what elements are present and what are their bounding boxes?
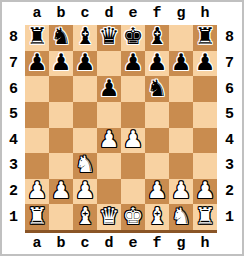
file-label-bottom-a: a (25, 233, 49, 253)
square-c1[interactable]: ♝ (73, 204, 97, 230)
square-f1[interactable]: ♝ (145, 204, 169, 230)
square-h2[interactable]: ♟ (193, 179, 217, 205)
square-g5[interactable] (169, 102, 193, 128)
square-a6[interactable] (25, 76, 49, 102)
square-g8[interactable] (169, 25, 193, 51)
square-g1[interactable]: ♞ (169, 204, 193, 230)
black-pawn-e7[interactable]: ♟ (123, 51, 144, 74)
black-rook-a8[interactable]: ♜ (27, 25, 48, 48)
square-c2[interactable]: ♟ (73, 179, 97, 205)
rank-label-left-5: 5 (3, 102, 24, 128)
chess-board: ♜♞♝♛♚♝♜♟♟♟♟♟♟♟♟♞♟♟♞♟♟♟♟♟♟♜♝♛♚♝♞♜ (25, 25, 217, 233)
file-label-top-a: a (25, 3, 49, 23)
square-f5[interactable] (145, 102, 169, 128)
square-h4[interactable] (193, 128, 217, 154)
square-a2[interactable]: ♟ (25, 179, 49, 205)
white-knight-g1[interactable]: ♞ (171, 205, 192, 228)
square-f8[interactable]: ♝ (145, 25, 169, 51)
square-c5[interactable] (73, 102, 97, 128)
black-bishop-c8[interactable]: ♝ (75, 25, 96, 48)
square-b7[interactable]: ♟ (49, 51, 73, 77)
white-pawn-b2[interactable]: ♟ (51, 179, 72, 202)
black-knight-b8[interactable]: ♞ (51, 25, 72, 48)
file-label-top-e: e (121, 3, 145, 23)
rank-label-right-2: 2 (219, 179, 240, 205)
file-label-top-b: b (49, 3, 73, 23)
white-bishop-c1[interactable]: ♝ (75, 205, 96, 228)
square-h6[interactable] (193, 76, 217, 102)
square-d3[interactable] (97, 153, 121, 179)
white-king-e1[interactable]: ♚ (123, 205, 144, 228)
square-a1[interactable]: ♜ (25, 204, 49, 230)
black-pawn-c7[interactable]: ♟ (75, 51, 96, 74)
rank-label-right-7: 7 (219, 51, 240, 77)
square-g4[interactable] (169, 128, 193, 154)
rank-label-right-4: 4 (219, 128, 240, 154)
file-label-top-h: h (193, 3, 217, 23)
black-pawn-d6[interactable]: ♟ (99, 77, 120, 100)
square-d4[interactable]: ♟ (97, 128, 121, 154)
file-label-top-d: d (97, 3, 121, 23)
black-pawn-h7[interactable]: ♟ (195, 51, 216, 74)
file-label-bottom-c: c (73, 233, 97, 253)
rank-label-right-8: 8 (219, 25, 240, 51)
rank-label-right-1: 1 (219, 204, 240, 230)
square-f3[interactable] (145, 153, 169, 179)
black-pawn-b7[interactable]: ♟ (51, 51, 72, 74)
square-c8[interactable]: ♝ (73, 25, 97, 51)
square-e1[interactable]: ♚ (121, 204, 145, 230)
square-e8[interactable]: ♚ (121, 25, 145, 51)
rank-labels-right: 87654321 (219, 25, 240, 230)
square-h3[interactable] (193, 153, 217, 179)
square-b4[interactable] (49, 128, 73, 154)
rank-label-left-7: 7 (3, 51, 24, 77)
rank-label-left-2: 2 (3, 179, 24, 205)
square-b8[interactable]: ♞ (49, 25, 73, 51)
white-knight-c3[interactable]: ♞ (75, 153, 96, 176)
square-d1[interactable]: ♛ (97, 204, 121, 230)
white-bishop-f1[interactable]: ♝ (147, 205, 168, 228)
rank-label-left-8: 8 (3, 25, 24, 51)
square-f6[interactable]: ♞ (145, 76, 169, 102)
rank-label-left-1: 1 (3, 204, 24, 230)
square-c4[interactable] (73, 128, 97, 154)
white-pawn-f2[interactable]: ♟ (147, 179, 168, 202)
file-label-bottom-g: g (169, 233, 193, 253)
square-f7[interactable]: ♟ (145, 51, 169, 77)
square-e7[interactable]: ♟ (121, 51, 145, 77)
rank-labels-left: 87654321 (3, 25, 24, 230)
rank-label-left-6: 6 (3, 76, 24, 102)
rank-label-right-5: 5 (219, 102, 240, 128)
square-b2[interactable]: ♟ (49, 179, 73, 205)
square-c7[interactable]: ♟ (73, 51, 97, 77)
file-label-bottom-b: b (49, 233, 73, 253)
white-pawn-e4[interactable]: ♟ (123, 128, 144, 151)
square-e3[interactable] (121, 153, 145, 179)
white-rook-a1[interactable]: ♜ (27, 205, 48, 228)
file-label-top-g: g (169, 3, 193, 23)
file-label-bottom-d: d (97, 233, 121, 253)
file-label-top-f: f (145, 3, 169, 23)
square-d8[interactable]: ♛ (97, 25, 121, 51)
white-rook-h1[interactable]: ♜ (195, 205, 216, 228)
file-labels-bottom: abcdefgh (25, 233, 217, 253)
rank-label-right-3: 3 (219, 153, 240, 179)
square-d2[interactable] (97, 179, 121, 205)
file-label-bottom-f: f (145, 233, 169, 253)
square-a8[interactable]: ♜ (25, 25, 49, 51)
square-a7[interactable]: ♟ (25, 51, 49, 77)
square-g2[interactable]: ♟ (169, 179, 193, 205)
square-h7[interactable]: ♟ (193, 51, 217, 77)
square-e5[interactable] (121, 102, 145, 128)
square-e2[interactable] (121, 179, 145, 205)
black-pawn-f7[interactable]: ♟ (147, 51, 168, 74)
black-pawn-g7[interactable]: ♟ (171, 51, 192, 74)
square-h5[interactable] (193, 102, 217, 128)
square-h8[interactable]: ♜ (193, 25, 217, 51)
square-e4[interactable]: ♟ (121, 128, 145, 154)
rank-label-left-4: 4 (3, 128, 24, 154)
white-pawn-h2[interactable]: ♟ (195, 179, 216, 202)
square-d7[interactable] (97, 51, 121, 77)
square-g3[interactable] (169, 153, 193, 179)
black-knight-f6[interactable]: ♞ (147, 77, 168, 100)
square-h1[interactable]: ♜ (193, 204, 217, 230)
square-c6[interactable] (73, 76, 97, 102)
black-king-e8[interactable]: ♚ (123, 25, 144, 48)
black-rook-h8[interactable]: ♜ (195, 25, 216, 48)
square-b6[interactable] (49, 76, 73, 102)
black-bishop-f8[interactable]: ♝ (147, 25, 168, 48)
file-label-top-c: c (73, 3, 97, 23)
square-a4[interactable] (25, 128, 49, 154)
square-b5[interactable] (49, 102, 73, 128)
white-pawn-d4[interactable]: ♟ (99, 128, 120, 151)
square-d6[interactable]: ♟ (97, 76, 121, 102)
square-f4[interactable] (145, 128, 169, 154)
black-pawn-a7[interactable]: ♟ (27, 51, 48, 74)
white-pawn-a2[interactable]: ♟ (27, 179, 48, 202)
square-d5[interactable] (97, 102, 121, 128)
white-queen-d1[interactable]: ♛ (99, 205, 120, 228)
white-pawn-c2[interactable]: ♟ (75, 179, 96, 202)
square-c3[interactable]: ♞ (73, 153, 97, 179)
file-label-bottom-h: h (193, 233, 217, 253)
square-b3[interactable] (49, 153, 73, 179)
file-label-bottom-e: e (121, 233, 145, 253)
chess-board-window: abcdefgh 87654321 ♜♞♝♛♚♝♜♟♟♟♟♟♟♟♟♞♟♟♞♟♟♟… (0, 0, 244, 256)
square-g7[interactable]: ♟ (169, 51, 193, 77)
white-pawn-g2[interactable]: ♟ (171, 179, 192, 202)
square-e6[interactable] (121, 76, 145, 102)
rank-label-left-3: 3 (3, 153, 24, 179)
file-labels-top: abcdefgh (25, 3, 217, 23)
black-queen-d8[interactable]: ♛ (99, 25, 120, 48)
square-a3[interactable] (25, 153, 49, 179)
square-g6[interactable] (169, 76, 193, 102)
square-b1[interactable] (49, 204, 73, 230)
rank-label-right-6: 6 (219, 76, 240, 102)
square-f2[interactable]: ♟ (145, 179, 169, 205)
square-a5[interactable] (25, 102, 49, 128)
